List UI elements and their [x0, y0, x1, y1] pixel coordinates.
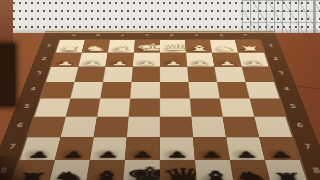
- wall-post: [0, 0, 13, 50]
- white-pawn[interactable]: ♟: [51, 61, 79, 66]
- square-d3[interactable]: [160, 67, 188, 82]
- file-label-d: d: [166, 34, 178, 37]
- white-pawn[interactable]: ♟: [106, 61, 134, 66]
- square-c4[interactable]: [188, 82, 219, 99]
- square-f8[interactable]: ♝: [86, 160, 125, 180]
- square-e5[interactable]: [129, 98, 160, 116]
- white-king[interactable]: ♚: [134, 42, 160, 52]
- square-f6[interactable]: [94, 117, 129, 137]
- square-b6[interactable]: [223, 117, 260, 137]
- black-pawn[interactable]: ♟: [90, 150, 126, 159]
- square-e8[interactable]: ♚: [123, 160, 160, 180]
- white-bishop[interactable]: ♝: [185, 45, 212, 53]
- shadow-bottom-left: [0, 156, 34, 180]
- file-label-h: h: [67, 34, 80, 37]
- black-pawn[interactable]: ♟: [55, 150, 91, 159]
- square-f5[interactable]: [97, 98, 130, 116]
- rank-label-2-right: 2: [269, 57, 283, 61]
- square-d5[interactable]: [160, 98, 191, 116]
- file-label-e: e: [141, 34, 153, 37]
- square-e2[interactable]: ♟: [133, 53, 160, 67]
- square-e3[interactable]: [132, 67, 160, 82]
- square-g2[interactable]: ♟: [78, 53, 108, 67]
- square-c1[interactable]: ♝: [185, 40, 212, 53]
- white-pawn[interactable]: ♟: [133, 61, 160, 66]
- black-knight[interactable]: ♞: [49, 170, 88, 180]
- dark-object-left: [0, 44, 15, 106]
- rank-label-4-right: 4: [279, 86, 295, 91]
- black-pawn[interactable]: ♟: [228, 150, 264, 159]
- white-pawn[interactable]: ♟: [187, 61, 215, 66]
- rank-label-5-right: 5: [285, 103, 302, 109]
- black-king[interactable]: ♚: [123, 164, 160, 180]
- square-f3[interactable]: [103, 67, 133, 82]
- black-bishop[interactable]: ♝: [196, 169, 234, 180]
- file-label-c: c: [190, 34, 202, 37]
- square-g1[interactable]: ♞: [82, 40, 110, 53]
- board-grid: ♜♞♝♚♛♝♞♜♟♟♟♟♟♟♟♟♟♟♟♟♟♟♟♟♜♞♝♚♛♝♞♜: [11, 40, 308, 180]
- square-d2[interactable]: ♟: [160, 53, 187, 67]
- black-pawn[interactable]: ♟: [263, 150, 300, 159]
- white-rook[interactable]: ♜: [236, 46, 264, 52]
- square-a2[interactable]: ♟: [238, 53, 269, 67]
- rank-label-6-right: 6: [291, 122, 309, 128]
- chess-board: ♜♞♝♚♛♝♞♜♟♟♟♟♟♟♟♟♟♟♟♟♟♟♟♟♜♞♝♚♛♝♞♜ 1122334…: [0, 31, 320, 180]
- black-queen[interactable]: ♛: [160, 166, 197, 180]
- rank-label-7-left: 7: [3, 143, 22, 150]
- square-c7[interactable]: ♟: [193, 137, 230, 160]
- square-g5[interactable]: [66, 98, 100, 116]
- square-a8[interactable]: ♜: [265, 160, 308, 180]
- white-rook[interactable]: ♜: [56, 46, 84, 52]
- square-d1[interactable]: ♛: [160, 40, 186, 53]
- square-g7[interactable]: ♟: [55, 137, 94, 160]
- square-e6[interactable]: [127, 117, 160, 137]
- rank-label-3-left: 3: [31, 71, 46, 76]
- file-label-b: b: [215, 34, 228, 37]
- file-label-a: a: [239, 34, 252, 37]
- square-b1[interactable]: ♞: [210, 40, 238, 53]
- square-g3[interactable]: [75, 67, 106, 82]
- square-f2[interactable]: ♟: [106, 53, 134, 67]
- square-d4[interactable]: [160, 82, 190, 99]
- black-bishop[interactable]: ♝: [86, 169, 124, 180]
- white-pawn[interactable]: ♟: [160, 61, 187, 66]
- white-queen[interactable]: ♛: [160, 43, 186, 52]
- square-h3[interactable]: [46, 67, 78, 82]
- white-pawn[interactable]: ♟: [78, 61, 106, 66]
- rank-label-1-left: 1: [42, 43, 56, 47]
- square-a3[interactable]: [242, 67, 274, 82]
- white-bishop[interactable]: ♝: [108, 45, 135, 53]
- square-b2[interactable]: ♟: [212, 53, 242, 67]
- square-g4[interactable]: [70, 82, 103, 99]
- rank-label-5-left: 5: [18, 103, 35, 109]
- black-pawn[interactable]: ♟: [194, 150, 230, 159]
- black-pawn[interactable]: ♟: [125, 150, 160, 159]
- rank-label-7-right: 7: [299, 143, 318, 150]
- square-f1[interactable]: ♝: [108, 40, 135, 53]
- square-b4[interactable]: [217, 82, 250, 99]
- square-h5[interactable]: [34, 98, 70, 116]
- rank-label-3-right: 3: [274, 71, 289, 76]
- white-pawn[interactable]: ♟: [240, 61, 268, 66]
- rank-label-2-left: 2: [37, 57, 51, 61]
- square-a1[interactable]: ♜: [235, 40, 264, 53]
- square-e1[interactable]: ♚: [134, 40, 160, 53]
- square-f4[interactable]: [100, 82, 131, 99]
- square-e4[interactable]: [130, 82, 160, 99]
- square-a6[interactable]: [254, 117, 292, 137]
- square-a7[interactable]: ♟: [259, 137, 300, 160]
- square-d6[interactable]: [160, 117, 193, 137]
- square-f7[interactable]: ♟: [90, 137, 127, 160]
- black-rook[interactable]: ♜: [268, 172, 308, 180]
- square-a4[interactable]: [245, 82, 279, 99]
- black-pawn[interactable]: ♟: [160, 150, 195, 159]
- square-h4[interactable]: [40, 82, 74, 99]
- white-knight[interactable]: ♞: [211, 45, 238, 52]
- rank-label-6-left: 6: [11, 122, 29, 128]
- square-h6[interactable]: [28, 117, 66, 137]
- square-g8[interactable]: ♞: [49, 160, 90, 180]
- square-h2[interactable]: ♟: [51, 53, 82, 67]
- square-g6[interactable]: [61, 117, 98, 137]
- photo-scene: ♜♞♝♚♛♝♞♜♟♟♟♟♟♟♟♟♟♟♟♟♟♟♟♟♜♞♝♚♛♝♞♜ 1122334…: [0, 0, 320, 180]
- square-c3[interactable]: [187, 67, 217, 82]
- square-e7[interactable]: ♟: [125, 137, 160, 160]
- square-c2[interactable]: ♟: [186, 53, 214, 67]
- file-label-f: f: [116, 34, 128, 37]
- square-b3[interactable]: [214, 67, 245, 82]
- square-c6[interactable]: [191, 117, 226, 137]
- file-label-g: g: [92, 34, 105, 37]
- black-knight[interactable]: ♞: [232, 170, 271, 180]
- square-d8[interactable]: ♛: [160, 160, 197, 180]
- square-b5[interactable]: [220, 98, 254, 116]
- white-pawn[interactable]: ♟: [213, 61, 241, 66]
- rank-label-8-right: 8: [307, 167, 320, 175]
- rank-label-1-right: 1: [264, 43, 278, 47]
- square-a5[interactable]: [250, 98, 286, 116]
- square-d7[interactable]: ♟: [160, 137, 195, 160]
- square-h1[interactable]: ♜: [56, 40, 85, 53]
- square-c5[interactable]: [190, 98, 223, 116]
- square-c8[interactable]: ♝: [195, 160, 234, 180]
- rank-label-4-left: 4: [25, 86, 41, 91]
- white-knight[interactable]: ♞: [82, 45, 109, 52]
